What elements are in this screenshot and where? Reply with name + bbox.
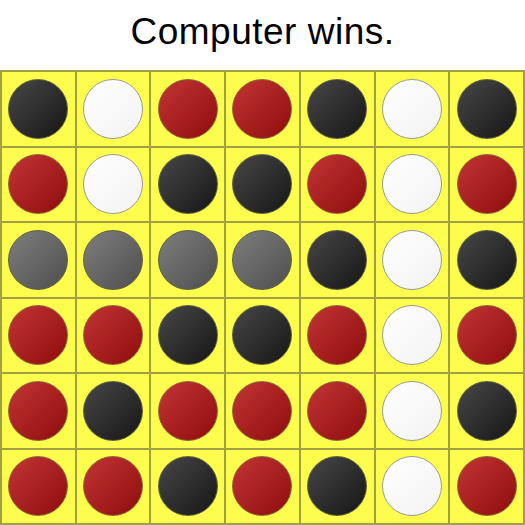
cell-r1-c7[interactable] xyxy=(450,72,523,146)
human-red-piece xyxy=(8,305,68,365)
empty-slot xyxy=(83,154,143,214)
cell-r4-c4[interactable] xyxy=(226,299,299,373)
cell-r3-c2[interactable] xyxy=(77,223,150,297)
empty-slot xyxy=(382,79,442,139)
computer-black-piece xyxy=(232,305,292,365)
cell-r3-c6[interactable] xyxy=(376,223,449,297)
board xyxy=(0,70,525,525)
cell-r6-c6[interactable] xyxy=(376,450,449,524)
cell-r1-c4[interactable] xyxy=(226,72,299,146)
cell-r5-c4[interactable] xyxy=(226,374,299,448)
human-red-piece xyxy=(8,381,68,441)
cell-r6-c2[interactable] xyxy=(77,450,150,524)
cell-r5-c2[interactable] xyxy=(77,374,150,448)
cell-r1-c1[interactable] xyxy=(2,72,75,146)
human-red-piece xyxy=(307,154,367,214)
cell-r3-c7[interactable] xyxy=(450,223,523,297)
cell-r2-c7[interactable] xyxy=(450,148,523,222)
winning-black-piece-highlighted xyxy=(8,230,68,290)
human-red-piece xyxy=(457,154,517,214)
human-red-piece xyxy=(232,456,292,516)
human-red-piece xyxy=(307,305,367,365)
human-red-piece xyxy=(307,381,367,441)
cell-r2-c2[interactable] xyxy=(77,148,150,222)
computer-black-piece xyxy=(83,381,143,441)
empty-slot xyxy=(382,456,442,516)
computer-black-piece xyxy=(457,230,517,290)
cell-r5-c1[interactable] xyxy=(2,374,75,448)
human-red-piece xyxy=(232,79,292,139)
human-red-piece xyxy=(232,381,292,441)
cell-r2-c3[interactable] xyxy=(151,148,224,222)
cell-r2-c5[interactable] xyxy=(301,148,374,222)
human-red-piece xyxy=(8,154,68,214)
cell-r4-c2[interactable] xyxy=(77,299,150,373)
computer-black-piece xyxy=(457,381,517,441)
cell-r1-c5[interactable] xyxy=(301,72,374,146)
computer-black-piece xyxy=(307,230,367,290)
computer-black-piece xyxy=(158,305,218,365)
cell-r3-c1[interactable] xyxy=(2,223,75,297)
computer-black-piece xyxy=(158,456,218,516)
cell-r1-c6[interactable] xyxy=(376,72,449,146)
cell-r5-c6[interactable] xyxy=(376,374,449,448)
empty-slot xyxy=(382,305,442,365)
cell-r6-c3[interactable] xyxy=(151,450,224,524)
cell-r6-c7[interactable] xyxy=(450,450,523,524)
cell-r1-c3[interactable] xyxy=(151,72,224,146)
cell-r6-c4[interactable] xyxy=(226,450,299,524)
cell-r3-c5[interactable] xyxy=(301,223,374,297)
computer-black-piece xyxy=(8,79,68,139)
cell-r5-c3[interactable] xyxy=(151,374,224,448)
empty-slot xyxy=(382,154,442,214)
human-red-piece xyxy=(457,305,517,365)
human-red-piece xyxy=(83,456,143,516)
winning-black-piece-highlighted xyxy=(158,230,218,290)
computer-black-piece xyxy=(307,456,367,516)
status-bar: Computer wins. xyxy=(0,0,525,70)
computer-black-piece xyxy=(158,154,218,214)
human-red-piece xyxy=(83,305,143,365)
cell-r2-c4[interactable] xyxy=(226,148,299,222)
computer-black-piece xyxy=(457,79,517,139)
empty-slot xyxy=(382,381,442,441)
cell-r4-c6[interactable] xyxy=(376,299,449,373)
empty-slot xyxy=(83,79,143,139)
winning-black-piece-highlighted xyxy=(83,230,143,290)
human-red-piece xyxy=(158,79,218,139)
cell-r6-c1[interactable] xyxy=(2,450,75,524)
empty-slot xyxy=(382,230,442,290)
human-red-piece xyxy=(8,456,68,516)
cell-r1-c2[interactable] xyxy=(77,72,150,146)
cell-r3-c4[interactable] xyxy=(226,223,299,297)
human-red-piece xyxy=(457,456,517,516)
human-red-piece xyxy=(158,381,218,441)
cell-r4-c1[interactable] xyxy=(2,299,75,373)
cell-r4-c7[interactable] xyxy=(450,299,523,373)
status-message: Computer wins. xyxy=(130,11,394,53)
winning-black-piece-highlighted xyxy=(232,230,292,290)
cell-r2-c6[interactable] xyxy=(376,148,449,222)
computer-black-piece xyxy=(232,154,292,214)
cell-r5-c7[interactable] xyxy=(450,374,523,448)
cell-r6-c5[interactable] xyxy=(301,450,374,524)
cell-r4-c3[interactable] xyxy=(151,299,224,373)
computer-black-piece xyxy=(307,79,367,139)
cell-r5-c5[interactable] xyxy=(301,374,374,448)
cell-r2-c1[interactable] xyxy=(2,148,75,222)
cell-r3-c3[interactable] xyxy=(151,223,224,297)
cell-r4-c5[interactable] xyxy=(301,299,374,373)
